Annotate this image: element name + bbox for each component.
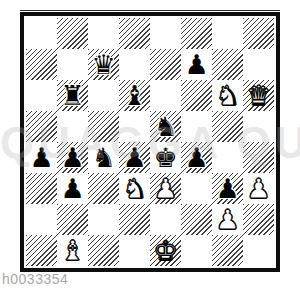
black-pawn: ♟ — [181, 142, 212, 173]
square-e6 — [150, 80, 181, 111]
black-queen: ♛ — [88, 49, 119, 80]
black-pawn: ♟ — [57, 142, 88, 173]
square-f5 — [181, 111, 212, 142]
square-d6: ♝ — [119, 80, 150, 111]
square-b4: ♟ — [57, 142, 88, 173]
square-e3: ♟ — [150, 173, 181, 204]
white-pawn: ♟ — [243, 173, 274, 204]
white-king: ♚ — [150, 235, 181, 266]
square-f1 — [181, 235, 212, 266]
square-f8 — [181, 18, 212, 49]
square-e8 — [150, 18, 181, 49]
square-a8 — [26, 18, 57, 49]
white-pawn: ♟ — [212, 204, 243, 235]
square-c8 — [88, 18, 119, 49]
square-c5 — [88, 111, 119, 142]
white-queen: ♛ — [243, 80, 274, 111]
square-f2 — [181, 204, 212, 235]
black-pawn: ♟ — [57, 173, 88, 204]
white-knight: ♞ — [119, 173, 150, 204]
square-c4: ♞ — [88, 142, 119, 173]
square-e1: ♚ — [150, 235, 181, 266]
square-d8 — [119, 18, 150, 49]
square-c6 — [88, 80, 119, 111]
square-h7 — [243, 49, 274, 80]
board-frame: ♛♟♜♝♞♛♞♟♟♞♟♚♟♟♞♟♟♟♟♝♚ — [20, 12, 280, 272]
square-g7 — [212, 49, 243, 80]
square-b5 — [57, 111, 88, 142]
square-g8 — [212, 18, 243, 49]
white-bishop: ♝ — [57, 235, 88, 266]
black-pawn: ♟ — [119, 142, 150, 173]
square-b2 — [57, 204, 88, 235]
square-g6: ♞ — [212, 80, 243, 111]
square-f7: ♟ — [181, 49, 212, 80]
black-knight: ♞ — [88, 142, 119, 173]
square-e2 — [150, 204, 181, 235]
black-king: ♚ — [150, 142, 181, 173]
square-d3: ♞ — [119, 173, 150, 204]
square-a4: ♟ — [26, 142, 57, 173]
square-g5 — [212, 111, 243, 142]
square-d4: ♟ — [119, 142, 150, 173]
square-c7: ♛ — [88, 49, 119, 80]
black-rook: ♜ — [57, 80, 88, 111]
square-b1: ♝ — [57, 235, 88, 266]
square-h8 — [243, 18, 274, 49]
square-f6 — [181, 80, 212, 111]
chess-board: ♛♟♜♝♞♛♞♟♟♞♟♚♟♟♞♟♟♟♟♝♚ — [26, 18, 274, 266]
square-a2 — [26, 204, 57, 235]
square-g3: ♟ — [212, 173, 243, 204]
square-h6: ♛ — [243, 80, 274, 111]
square-a1 — [26, 235, 57, 266]
square-d5 — [119, 111, 150, 142]
square-b3: ♟ — [57, 173, 88, 204]
white-pawn: ♟ — [150, 173, 181, 204]
square-h2 — [243, 204, 274, 235]
square-a7 — [26, 49, 57, 80]
square-c3 — [88, 173, 119, 204]
white-knight: ♞ — [212, 80, 243, 111]
square-c2 — [88, 204, 119, 235]
scanned-chess-diagram: QUAGGA QUAGGA ♛♟♜♝♞♛♞♟♟♞♟♚♟♟♞♟♟♟♟♝♚ h003… — [0, 0, 300, 293]
square-b7 — [57, 49, 88, 80]
square-a6 — [26, 80, 57, 111]
square-g4 — [212, 142, 243, 173]
black-bishop: ♝ — [119, 80, 150, 111]
square-d1 — [119, 235, 150, 266]
square-a5 — [26, 111, 57, 142]
square-e7 — [150, 49, 181, 80]
square-a3 — [26, 173, 57, 204]
square-g2: ♟ — [212, 204, 243, 235]
image-id-watermark: h0033354 — [2, 271, 68, 287]
square-f4: ♟ — [181, 142, 212, 173]
square-f3 — [181, 173, 212, 204]
black-pawn: ♟ — [26, 142, 57, 173]
black-pawn: ♟ — [212, 173, 243, 204]
square-e4: ♚ — [150, 142, 181, 173]
square-d7 — [119, 49, 150, 80]
square-h4 — [243, 142, 274, 173]
square-e5: ♞ — [150, 111, 181, 142]
square-h3: ♟ — [243, 173, 274, 204]
black-pawn: ♟ — [181, 49, 212, 80]
square-h5 — [243, 111, 274, 142]
square-b8 — [57, 18, 88, 49]
square-h1 — [243, 235, 274, 266]
square-g1 — [212, 235, 243, 266]
square-d2 — [119, 204, 150, 235]
black-knight: ♞ — [150, 111, 181, 142]
square-b6: ♜ — [57, 80, 88, 111]
square-c1 — [88, 235, 119, 266]
